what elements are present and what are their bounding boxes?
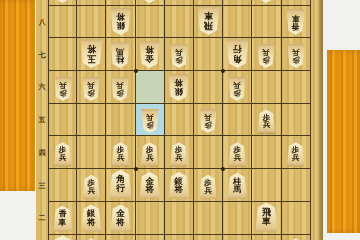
board-square[interactable]: [136, 6, 165, 39]
rank-label-三: 三: [36, 169, 48, 202]
board-square[interactable]: 銀将: [165, 71, 194, 104]
board-square[interactable]: [136, 71, 165, 104]
piece-kanji: 行: [116, 184, 125, 193]
piece-kanji: 車: [292, 14, 300, 22]
board-square[interactable]: 角行: [223, 38, 252, 71]
board-square[interactable]: [194, 71, 223, 104]
board-square[interactable]: 歩兵: [282, 136, 311, 169]
piece-kanji: 歩: [263, 56, 271, 64]
piece-kanji: 兵: [146, 114, 154, 122]
hoshi-star-point: [134, 69, 138, 73]
piece-pawn-gote[interactable]: 歩兵: [170, 142, 188, 166]
piece-kanji: 将: [116, 218, 125, 227]
piece-kanji: 歩: [292, 56, 300, 64]
piece-kanji: 将: [175, 79, 184, 88]
piece-kanji: 兵: [204, 187, 212, 195]
board-grid: 香車金将桂馬銀将飛車香車玉将桂馬金将歩兵角行歩兵歩兵歩兵歩兵歩兵銀将歩兵歩兵歩兵…: [48, 0, 311, 240]
piece-gold-gote[interactable]: 金将: [110, 205, 131, 232]
board-square[interactable]: 歩兵: [136, 104, 165, 137]
piece-pawn-sente[interactable]: 歩兵: [199, 109, 217, 133]
piece-kanji: 将: [87, 44, 96, 53]
board-square[interactable]: [223, 104, 252, 137]
board-square[interactable]: 歩兵: [48, 136, 77, 169]
piece-bishop-gote[interactable]: 角行: [109, 170, 132, 199]
piece-bishop-sente[interactable]: 角行: [226, 39, 249, 68]
rank-label-二: 二: [36, 202, 48, 235]
piece-kanji: 歩: [175, 56, 183, 64]
piece-kanji: 兵: [233, 81, 241, 89]
board-square[interactable]: [165, 6, 194, 39]
board-square[interactable]: [48, 104, 77, 137]
board-square[interactable]: 香車: [282, 6, 311, 39]
piece-kanji: 玉: [87, 54, 96, 63]
piece-kanji: 車: [59, 219, 67, 227]
piece-silver-sente[interactable]: 銀将: [168, 74, 189, 101]
board-square[interactable]: 歩兵: [194, 169, 223, 202]
piece-rook-gote[interactable]: 飛車: [255, 203, 278, 232]
rank-label-六: 六: [36, 71, 48, 104]
piece-silver-gote[interactable]: 銀将: [168, 172, 189, 199]
piece-kanji: 兵: [175, 154, 183, 162]
board-square[interactable]: 歩兵: [48, 71, 77, 104]
board-square[interactable]: 歩兵: [252, 38, 281, 71]
piece-kanji: 兵: [117, 81, 125, 89]
piece-kanji: 兵: [88, 187, 96, 195]
piece-knight-sente[interactable]: 桂馬: [110, 42, 130, 68]
piece-lance-sente[interactable]: 香車: [53, 0, 72, 3]
piece-kanji: 将: [145, 185, 154, 194]
piece-kanji: 兵: [292, 154, 300, 162]
board-square[interactable]: [48, 6, 77, 39]
piece-lance-sente[interactable]: 香車: [286, 9, 305, 35]
shogi-app-screen: 八七六五四三二 香車金将桂馬銀将飛車香車玉将桂馬金将歩兵角行歩兵歩兵歩兵歩兵歩兵…: [0, 0, 360, 240]
board-square[interactable]: 金将: [136, 38, 165, 71]
rank-label-五: 五: [36, 104, 48, 137]
board-square[interactable]: [77, 104, 106, 137]
piece-knight-sente[interactable]: 桂馬: [256, 0, 276, 3]
piece-lance-gote[interactable]: 香車: [53, 206, 72, 232]
piece-kanji: 兵: [88, 81, 96, 89]
piece-pawn-sente[interactable]: 歩兵: [257, 44, 275, 68]
piece-kanji: 行: [233, 44, 242, 53]
piece-kanji: 兵: [292, 48, 300, 56]
piece-kanji: 兵: [59, 81, 67, 89]
piece-gold-gote[interactable]: 金将: [139, 172, 160, 199]
board-square[interactable]: 桂馬: [106, 38, 135, 71]
board-square[interactable]: 歩兵: [223, 71, 252, 104]
piece-kanji: 将: [175, 185, 184, 194]
board-square[interactable]: [48, 169, 77, 202]
piece-kanji: 兵: [117, 154, 125, 162]
board-square[interactable]: [106, 104, 135, 137]
piece-kanji: 車: [262, 217, 271, 226]
piece-gold-sente[interactable]: 金将: [139, 0, 160, 3]
board-square[interactable]: 歩兵: [77, 169, 106, 202]
board-square[interactable]: 銀将: [106, 6, 135, 39]
board-square[interactable]: [282, 104, 311, 137]
rank-label-七: 七: [36, 38, 48, 71]
piece-kanji: 兵: [204, 114, 212, 122]
piece-kanji: 兵: [146, 154, 154, 162]
board-square[interactable]: [282, 169, 311, 202]
board-right-edge: [317, 0, 323, 240]
piece-rook-sente[interactable]: 飛車: [197, 6, 220, 35]
piece-kanji: 飛: [204, 21, 213, 30]
piece-pawn-sente[interactable]: 歩兵: [228, 77, 246, 101]
board-square[interactable]: [194, 136, 223, 169]
piece-pawn-sente[interactable]: 歩兵: [141, 109, 159, 133]
hoshi-star-point: [134, 167, 138, 171]
piece-pawn-sente[interactable]: 歩兵: [170, 44, 188, 68]
rank-label-strip: 八七六五四三二: [36, 0, 48, 240]
piece-pawn-gote[interactable]: 歩兵: [111, 142, 129, 166]
board-square[interactable]: [194, 235, 223, 240]
piece-pawn-sente[interactable]: 歩兵: [287, 44, 305, 68]
board-square[interactable]: [194, 202, 223, 235]
board-square[interactable]: 金将: [136, 169, 165, 202]
board-square[interactable]: 香車: [48, 202, 77, 235]
board-square[interactable]: [194, 38, 223, 71]
board-square[interactable]: 桂馬: [223, 169, 252, 202]
board-square[interactable]: [223, 235, 252, 240]
board-square[interactable]: [106, 235, 135, 240]
piece-kanji: 馬: [233, 186, 241, 194]
shogi-board: 八七六五四三二 香車金将桂馬銀将飛車香車玉将桂馬金将歩兵角行歩兵歩兵歩兵歩兵歩兵…: [36, 0, 323, 240]
board-square[interactable]: [165, 202, 194, 235]
piece-pawn-sente[interactable]: 歩兵: [54, 77, 72, 101]
board-square[interactable]: 歩兵: [223, 136, 252, 169]
piece-pawn-sente[interactable]: 歩兵: [82, 77, 100, 101]
piece-knight-gote[interactable]: 桂馬: [227, 173, 247, 199]
board-square[interactable]: 歩兵: [252, 104, 281, 137]
board-square[interactable]: [165, 235, 194, 240]
piece-pawn-gote[interactable]: 歩兵: [287, 142, 305, 166]
board-square[interactable]: 歩兵: [165, 136, 194, 169]
piece-kanji: 歩: [204, 121, 212, 129]
piece-silver-gote[interactable]: 銀将: [81, 205, 102, 232]
piece-pawn-gote[interactable]: 歩兵: [141, 142, 159, 166]
board-square[interactable]: 角行: [106, 169, 135, 202]
piece-kanji: 銀: [175, 87, 184, 96]
piece-kanji: 兵: [175, 48, 183, 56]
piece-king-gote[interactable]: 王将: [51, 235, 74, 240]
piece-pawn-gote[interactable]: 歩兵: [54, 142, 72, 166]
board-square[interactable]: 香車: [282, 235, 311, 240]
board-square[interactable]: [282, 202, 311, 235]
board-square[interactable]: [252, 71, 281, 104]
board-square[interactable]: 歩兵: [106, 136, 135, 169]
piece-kanji: 角: [233, 54, 242, 63]
piece-pawn-sente[interactable]: 歩兵: [111, 77, 129, 101]
komadai-right-panel: [327, 50, 360, 233]
board-square[interactable]: [136, 202, 165, 235]
board-square[interactable]: [165, 104, 194, 137]
board-square[interactable]: 歩兵: [136, 136, 165, 169]
piece-pawn-gote[interactable]: 歩兵: [228, 142, 246, 166]
piece-kanji: 将: [145, 46, 154, 55]
board-square[interactable]: [77, 136, 106, 169]
piece-kanji: 兵: [263, 121, 271, 129]
rank-label-八: 八: [36, 6, 48, 39]
piece-kanji: 銀: [116, 22, 125, 31]
board-square[interactable]: 歩兵: [106, 71, 135, 104]
piece-king-sente[interactable]: 玉将: [80, 39, 103, 68]
board-square[interactable]: 玉将: [77, 38, 106, 71]
piece-kanji: 将: [116, 13, 125, 22]
piece-kanji: 兵: [233, 154, 241, 162]
komadai-left-panel: [0, 0, 35, 191]
board-square[interactable]: [136, 235, 165, 240]
piece-pawn-gote[interactable]: 歩兵: [199, 175, 217, 199]
piece-kanji: 歩: [146, 121, 154, 129]
board-square[interactable]: 歩兵: [77, 71, 106, 104]
board-square[interactable]: [252, 169, 281, 202]
piece-kanji: 桂: [116, 55, 124, 63]
board-square[interactable]: [252, 235, 281, 240]
board-square[interactable]: 金将: [106, 202, 135, 235]
board-square[interactable]: 飛車: [194, 6, 223, 39]
piece-kanji: 兵: [263, 48, 271, 56]
board-square[interactable]: 歩兵: [282, 38, 311, 71]
piece-silver-sente[interactable]: 銀将: [110, 8, 131, 35]
board-square[interactable]: 王将: [48, 235, 77, 240]
board-square[interactable]: [282, 71, 311, 104]
piece-gold-sente[interactable]: 金将: [139, 41, 160, 68]
board-square[interactable]: [223, 202, 252, 235]
piece-kanji: 兵: [59, 154, 67, 162]
board-square[interactable]: 銀将: [165, 169, 194, 202]
board-square[interactable]: [252, 6, 281, 39]
board-square[interactable]: [223, 6, 252, 39]
board-square[interactable]: 歩兵: [194, 104, 223, 137]
board-square[interactable]: 飛車: [252, 202, 281, 235]
piece-kanji: 馬: [116, 47, 124, 55]
piece-kanji: 金: [145, 55, 154, 64]
rank-label-四: 四: [36, 137, 48, 170]
piece-pawn-gote[interactable]: 歩兵: [257, 109, 275, 133]
piece-kanji: 将: [87, 218, 96, 227]
board-square[interactable]: [252, 136, 281, 169]
piece-pawn-gote[interactable]: 歩兵: [82, 175, 100, 199]
board-square[interactable]: 歩兵: [165, 38, 194, 71]
board-square[interactable]: 桂馬: [77, 235, 106, 240]
board-square[interactable]: [77, 6, 106, 39]
piece-kanji: 車: [204, 12, 213, 21]
board-square[interactable]: 銀将: [77, 202, 106, 235]
board-square[interactable]: [48, 38, 77, 71]
piece-kanji: 香: [292, 22, 300, 30]
